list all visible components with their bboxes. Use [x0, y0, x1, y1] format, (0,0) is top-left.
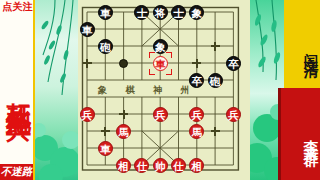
willow-branch-left	[35, 0, 78, 180]
piece-black-advisor[interactable]: 士	[171, 5, 186, 20]
last-move-origin-marker	[119, 59, 128, 68]
river-watermark-text: 象棋神州	[98, 84, 248, 97]
piece-black-chariot[interactable]: 車	[98, 5, 113, 20]
point-marker-cross	[192, 59, 201, 68]
point-marker-cross	[211, 127, 220, 136]
piece-red-horse[interactable]: 馬	[189, 124, 204, 139]
video-title-vertical: 赶死炮经典	[0, 16, 35, 164]
piece-black-cannon[interactable]: 砲	[98, 39, 113, 54]
piece-red-soldier[interactable]: 兵	[189, 107, 204, 122]
subscribe-ribbon: 点关注	[0, 0, 35, 14]
point-marker-cross	[119, 110, 128, 119]
piece-black-cannon[interactable]: 砲	[208, 73, 223, 88]
footer-slogan: 不迷路	[0, 164, 33, 180]
piece-red-chariot[interactable]: 車	[98, 141, 113, 156]
piece-red-advisor[interactable]: 仕	[134, 158, 149, 173]
piece-black-advisor[interactable]: 士	[134, 5, 149, 20]
piece-red-horse[interactable]: 馬	[116, 124, 131, 139]
piece-black-soldier[interactable]: 卒	[226, 56, 241, 71]
piece-red-advisor[interactable]: 仕	[171, 158, 186, 173]
piece-black-general[interactable]: 将	[153, 5, 168, 20]
thumbnail-canvas: 点关注 赶死炮经典 不迷路	[0, 0, 320, 180]
piece-black-elephant[interactable]: 象	[189, 5, 204, 20]
piece-red-soldier[interactable]: 兵	[80, 107, 95, 122]
point-marker-cross	[101, 127, 110, 136]
piece-red-elephant[interactable]: 相	[189, 158, 204, 173]
player-name-red: 李来群	[281, 97, 320, 177]
xiangqi-board: 象棋神州 車士将士象車砲象卒卒砲車兵兵兵兵馬馬車相仕帅仕相	[78, 0, 250, 180]
point-marker-cross	[83, 59, 92, 68]
piece-black-soldier[interactable]: 卒	[189, 73, 204, 88]
piece-black-elephant[interactable]: 象	[153, 39, 168, 54]
piece-red-general[interactable]: 帅	[153, 158, 168, 173]
piece-red-soldier[interactable]: 兵	[226, 107, 241, 122]
piece-black-chariot[interactable]: 車	[80, 22, 95, 37]
point-marker-cross	[211, 42, 220, 51]
player-name-black: 闫文清	[284, 8, 320, 88]
piece-red-elephant[interactable]: 相	[116, 158, 131, 173]
piece-red-chariot[interactable]: 車	[153, 56, 168, 71]
piece-red-soldier[interactable]: 兵	[153, 107, 168, 122]
